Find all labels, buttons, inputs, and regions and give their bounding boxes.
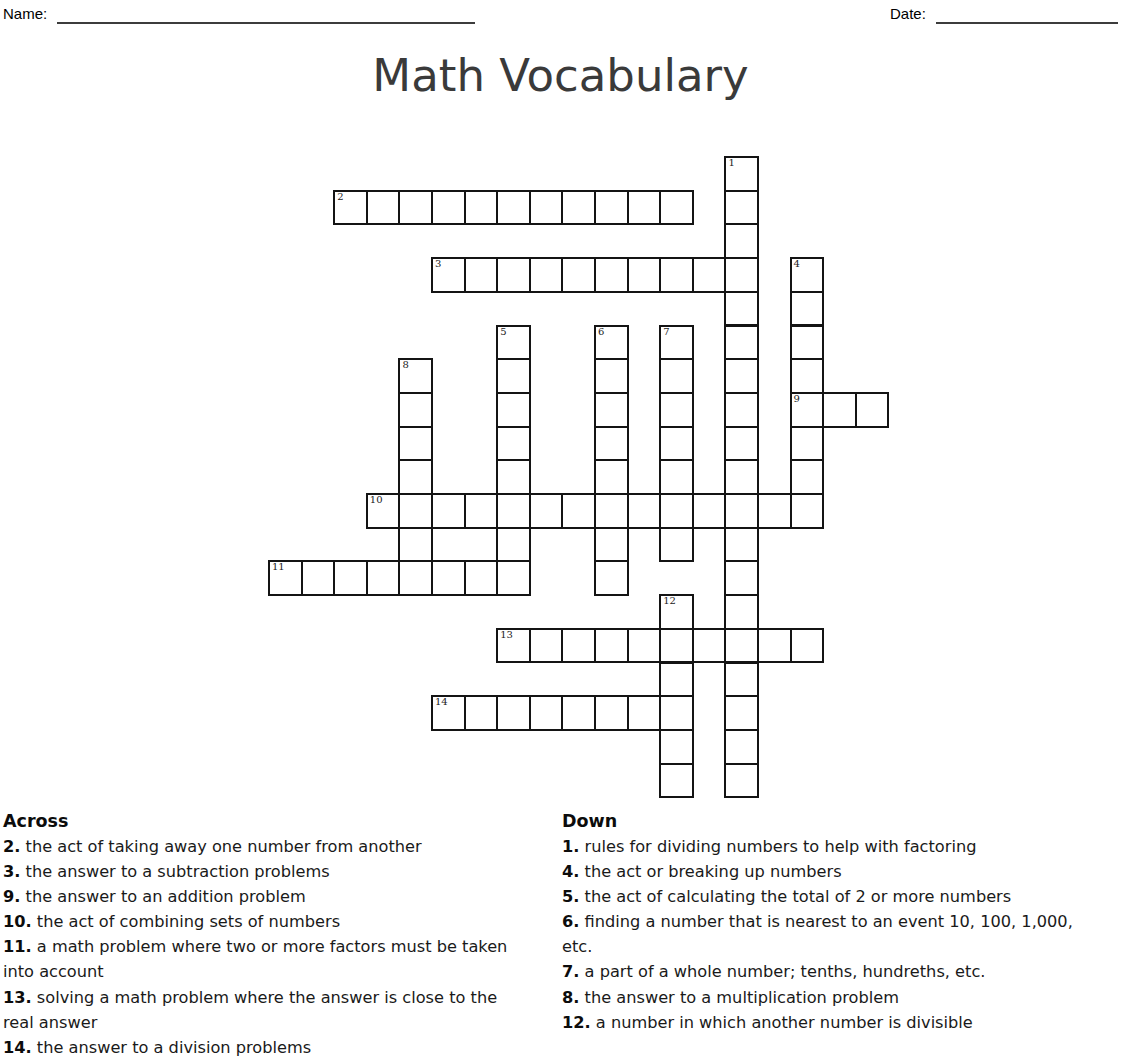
crossword-cell[interactable]: [301, 560, 336, 596]
crossword-cell[interactable]: 6: [594, 325, 629, 361]
clue-number: 7.: [562, 962, 579, 981]
crossword-cell[interactable]: [724, 291, 759, 327]
crossword-cell[interactable]: [398, 493, 433, 529]
crossword-cell[interactable]: [724, 426, 759, 462]
crossword-cell[interactable]: [724, 594, 759, 630]
clue-across-10: 10. the act of combining sets of numbers: [3, 909, 560, 934]
crossword-cell[interactable]: 8: [398, 358, 433, 394]
crossword-cell[interactable]: [659, 763, 694, 799]
clue-number: 9.: [3, 887, 20, 906]
crossword-cell[interactable]: 4: [790, 257, 825, 293]
clue-number: 6.: [562, 912, 579, 931]
crossword-cell[interactable]: [496, 695, 531, 731]
crossword-cell[interactable]: 9: [790, 392, 825, 428]
crossword-cell[interactable]: [496, 527, 531, 563]
cell-number: 11: [272, 561, 285, 572]
crossword-cell[interactable]: 3: [431, 257, 466, 293]
crossword-cell[interactable]: [464, 493, 499, 529]
name-blank-line: [57, 6, 475, 24]
cell-number: 12: [663, 595, 676, 606]
crossword-cell[interactable]: [594, 257, 629, 293]
crossword-cell[interactable]: [431, 560, 466, 596]
clue-number: 2.: [3, 837, 20, 856]
crossword-cell[interactable]: [496, 560, 531, 596]
crossword-cell[interactable]: [561, 257, 596, 293]
clue-text: the act of taking away one number from a…: [20, 837, 421, 856]
crossword-cell[interactable]: [724, 223, 759, 259]
crossword-cell[interactable]: 11: [268, 560, 303, 596]
crossword-cell[interactable]: 10: [366, 493, 401, 529]
crossword-cell[interactable]: [790, 426, 825, 462]
crossword-cell[interactable]: [724, 695, 759, 731]
crossword-cell[interactable]: [692, 257, 727, 293]
clue-text: rules for dividing numbers to help with …: [579, 837, 976, 856]
cell-number: 1: [728, 157, 734, 168]
crossword-cell[interactable]: [724, 493, 759, 529]
crossword-cell[interactable]: [464, 190, 499, 226]
crossword-cell[interactable]: [724, 560, 759, 596]
crossword-cell[interactable]: 13: [496, 628, 531, 664]
crossword-cell[interactable]: [627, 695, 662, 731]
clue-down-12: 12. a number in which another number is …: [562, 1010, 1119, 1035]
cell-number: 9: [794, 393, 800, 404]
crossword-cell[interactable]: [659, 392, 694, 428]
clue-down-1: 1. rules for dividing numbers to help wi…: [562, 834, 1119, 859]
crossword-cell[interactable]: [398, 426, 433, 462]
crossword-cell[interactable]: [496, 190, 531, 226]
crossword-cell[interactable]: [529, 628, 564, 664]
name-label: Name:: [3, 5, 47, 22]
crossword-cell[interactable]: [692, 493, 727, 529]
crossword-cell[interactable]: [659, 662, 694, 698]
clue-down-5: 5. the act of calculating the total of 2…: [562, 884, 1119, 909]
crossword-cell[interactable]: [464, 560, 499, 596]
clue-number: 8.: [562, 988, 579, 1007]
crossword-cell[interactable]: [724, 459, 759, 495]
across-clue-list: 2. the act of taking away one number fro…: [3, 834, 560, 1060]
crossword-cell[interactable]: [790, 358, 825, 394]
cell-number: 7: [663, 326, 669, 337]
crossword-cell[interactable]: [398, 459, 433, 495]
crossword-cell[interactable]: [790, 325, 825, 361]
crossword-cell[interactable]: [594, 426, 629, 462]
crossword-cell[interactable]: [724, 358, 759, 394]
crossword-cell[interactable]: [790, 291, 825, 327]
crossword-cell[interactable]: 14: [431, 695, 466, 731]
crossword-cell[interactable]: [561, 190, 596, 226]
cell-number: 5: [500, 326, 506, 337]
crossword-cell[interactable]: [724, 763, 759, 799]
crossword-cell[interactable]: [594, 527, 629, 563]
clue-across-13: 13. solving a math problem where the ans…: [3, 985, 560, 1035]
clue-text: the answer to an addition problem: [20, 887, 305, 906]
page-title: Math Vocabulary: [0, 50, 1121, 102]
date-blank-line: [936, 6, 1118, 24]
clue-text: the answer to a division problems: [32, 1038, 311, 1057]
crossword-cell[interactable]: [855, 392, 890, 428]
crossword-cell[interactable]: [627, 190, 662, 226]
crossword-cell[interactable]: [398, 560, 433, 596]
cell-number: 13: [500, 629, 513, 640]
crossword-cell[interactable]: [659, 426, 694, 462]
clue-text: the answer to a multiplication problem: [579, 988, 899, 1007]
crossword-cell[interactable]: [790, 459, 825, 495]
crossword-cell[interactable]: 2: [333, 190, 368, 226]
clue-down-7: 7. a part of a whole number; tenths, hun…: [562, 959, 1119, 984]
clue-number: 1.: [562, 837, 579, 856]
crossword-cell[interactable]: [822, 392, 857, 428]
crossword-cell[interactable]: [724, 729, 759, 765]
cell-number: 6: [598, 326, 604, 337]
crossword-cell[interactable]: [724, 662, 759, 698]
crossword-cell[interactable]: [659, 257, 694, 293]
clue-text: the act of combining sets of numbers: [32, 912, 340, 931]
crossword-cell[interactable]: [496, 358, 531, 394]
crossword-cell[interactable]: [790, 628, 825, 664]
crossword-cell[interactable]: [659, 628, 694, 664]
crossword-cell[interactable]: [496, 459, 531, 495]
crossword-cell[interactable]: [724, 527, 759, 563]
crossword-cell[interactable]: [724, 257, 759, 293]
crossword-cell[interactable]: [496, 392, 531, 428]
down-section: Down 1. rules for dividing numbers to he…: [562, 808, 1119, 1035]
clue-number: 11.: [3, 937, 32, 956]
crossword-cell[interactable]: [464, 257, 499, 293]
crossword-cell[interactable]: [594, 628, 629, 664]
clue-text: finding a number that is nearest to an e…: [562, 912, 1073, 956]
across-section: Across 2. the act of taking away one num…: [3, 808, 560, 1060]
crossword-cell[interactable]: [431, 493, 466, 529]
cell-number: 14: [435, 696, 448, 707]
clue-number: 3.: [3, 862, 20, 881]
crossword-cell[interactable]: [724, 190, 759, 226]
crossword-cell[interactable]: [529, 493, 564, 529]
clue-across-2: 2. the act of taking away one number fro…: [3, 834, 560, 859]
crossword-cell[interactable]: [659, 527, 694, 563]
cell-number: 3: [435, 258, 441, 269]
crossword-cell[interactable]: [496, 426, 531, 462]
crossword-cell[interactable]: [659, 190, 694, 226]
clue-text: the act or breaking up numbers: [579, 862, 841, 881]
crossword-cell[interactable]: [594, 560, 629, 596]
crossword-cell[interactable]: [333, 560, 368, 596]
crossword-cell[interactable]: [529, 695, 564, 731]
crossword-cell[interactable]: [529, 257, 564, 293]
crossword-cell[interactable]: [366, 190, 401, 226]
crossword-cell[interactable]: [659, 493, 694, 529]
crossword-cell[interactable]: [757, 628, 792, 664]
crossword-cell[interactable]: [561, 695, 596, 731]
clue-text: a part of a whole number; tenths, hundre…: [579, 962, 985, 981]
crossword-cell[interactable]: [659, 729, 694, 765]
crossword-cell[interactable]: 7: [659, 325, 694, 361]
crossword-cell[interactable]: [659, 695, 694, 731]
clue-number: 13.: [3, 988, 32, 1007]
down-heading: Down: [562, 808, 1119, 834]
crossword-cell[interactable]: [594, 392, 629, 428]
crossword-cell[interactable]: 12: [659, 594, 694, 630]
clue-number: 4.: [562, 862, 579, 881]
crossword-cell[interactable]: [594, 358, 629, 394]
crossword-cell[interactable]: [594, 695, 629, 731]
clue-down-8: 8. the answer to a multiplication proble…: [562, 985, 1119, 1010]
down-clue-list: 1. rules for dividing numbers to help wi…: [562, 834, 1119, 1035]
crossword-cell[interactable]: [724, 392, 759, 428]
crossword-cell[interactable]: [464, 695, 499, 731]
crossword-cell[interactable]: [594, 459, 629, 495]
clue-text: a number in which another number is divi…: [591, 1013, 973, 1032]
clue-down-4: 4. the act or breaking up numbers: [562, 859, 1119, 884]
crossword-cell[interactable]: [529, 190, 564, 226]
crossword-cell[interactable]: [627, 493, 662, 529]
clue-down-6: 6. finding a number that is nearest to a…: [562, 909, 1119, 959]
crossword-cell[interactable]: 1: [724, 156, 759, 192]
cell-number: 8: [402, 359, 408, 370]
clue-number: 10.: [3, 912, 32, 931]
crossword-cell[interactable]: [398, 190, 433, 226]
crossword-cell[interactable]: [561, 493, 596, 529]
clue-across-11: 11. a math problem where two or more fac…: [3, 934, 560, 984]
clue-text: the act of calculating the total of 2 or…: [579, 887, 1011, 906]
crossword-cell[interactable]: [724, 628, 759, 664]
date-label: Date:: [890, 5, 926, 22]
clue-number: 14.: [3, 1038, 32, 1057]
clue-text: solving a math problem where the answer …: [3, 988, 497, 1032]
crossword-cell[interactable]: [594, 190, 629, 226]
clue-number: 5.: [562, 887, 579, 906]
clue-number: 12.: [562, 1013, 591, 1032]
clue-across-14: 14. the answer to a division problems: [3, 1035, 560, 1060]
crossword-cell[interactable]: [627, 257, 662, 293]
crossword-cell[interactable]: [757, 493, 792, 529]
crossword-cell[interactable]: 5: [496, 325, 531, 361]
cell-number: 2: [337, 191, 343, 202]
clue-across-9: 9. the answer to an addition problem: [3, 884, 560, 909]
across-heading: Across: [3, 808, 560, 834]
cell-number: 10: [370, 494, 383, 505]
cell-number: 4: [794, 258, 800, 269]
crossword-cell[interactable]: [790, 493, 825, 529]
crossword-cell[interactable]: [496, 493, 531, 529]
crossword-cell[interactable]: [366, 560, 401, 596]
crossword-grid: 1234956781011121314: [268, 156, 891, 800]
crossword-cell[interactable]: [398, 392, 433, 428]
crossword-cell[interactable]: [431, 190, 466, 226]
crossword-cell[interactable]: [496, 257, 531, 293]
clue-text: a math problem where two or more factors…: [3, 937, 507, 981]
crossword-cell[interactable]: [659, 459, 694, 495]
worksheet-page: { "game": "crossword", "title": "Math Vo…: [0, 0, 1121, 1060]
crossword-cell[interactable]: [724, 325, 759, 361]
crossword-cell[interactable]: [627, 628, 662, 664]
crossword-cell[interactable]: [594, 493, 629, 529]
crossword-cell[interactable]: [398, 527, 433, 563]
crossword-cell[interactable]: [561, 628, 596, 664]
crossword-cell[interactable]: [692, 628, 727, 664]
crossword-cell[interactable]: [659, 358, 694, 394]
clue-across-3: 3. the answer to a subtraction problems: [3, 859, 560, 884]
clue-text: the answer to a subtraction problems: [20, 862, 329, 881]
